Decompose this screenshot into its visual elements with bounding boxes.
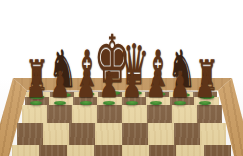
piece-pawn-d2: ♟: [122, 67, 142, 103]
piece-pawn-a2: ♟: [195, 67, 215, 103]
board-square: [43, 123, 69, 145]
piece-pawn-g2: ♟: [50, 67, 70, 103]
board-square: [200, 123, 226, 145]
board-square: [122, 105, 147, 123]
piece-pawn-h2: ♟: [26, 67, 46, 103]
board-square: [47, 105, 72, 123]
board-square: [197, 105, 222, 123]
board-square: [172, 105, 197, 123]
piece-pawn-e2: ♟: [99, 67, 119, 103]
board-square: [122, 123, 148, 145]
board-square: [72, 105, 97, 123]
board-square: [17, 123, 43, 145]
board-square: [12, 145, 39, 156]
board-square: [148, 123, 174, 145]
piece-pawn-f2: ♟: [76, 67, 96, 103]
board-square: [174, 123, 200, 145]
board-rank-row: [22, 105, 222, 123]
board-square: [176, 145, 203, 156]
board-square: [147, 105, 172, 123]
board-square: [95, 123, 121, 145]
board-square: [97, 105, 122, 123]
board-square: [39, 145, 66, 156]
board-square: [69, 123, 95, 145]
board-rank-row: [12, 145, 231, 156]
piece-pawn-b2: ♟: [170, 67, 190, 103]
board-square: [67, 145, 94, 156]
board-rank-row: [17, 123, 226, 145]
board-square: [94, 145, 121, 156]
piece-pawn-c2: ♟: [146, 67, 166, 103]
board-square: [204, 145, 231, 156]
board-square: [22, 105, 47, 123]
chess-set-photo: ♜♞♝♚♛♝♞♜♟♟♟♟♟♟♟♟: [0, 0, 243, 156]
board-square: [122, 145, 149, 156]
board-square: [149, 145, 176, 156]
